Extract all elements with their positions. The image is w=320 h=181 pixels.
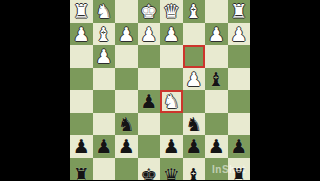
piece-bN-c6[interactable]: ♞ [185,113,202,136]
piece-bN-f6[interactable]: ♞ [118,113,135,136]
square-e8[interactable]: ♚ [138,158,161,181]
square-g1[interactable]: ♞ [93,0,116,23]
piece-wB-c1[interactable]: ♝ [185,0,202,23]
square-e7[interactable] [138,135,161,158]
piece-wP-d2[interactable]: ♟ [163,23,180,46]
square-e3[interactable] [138,45,161,68]
piece-bP-f7[interactable]: ♟ [118,135,135,158]
square-h2[interactable]: ♟ [70,23,93,46]
square-a2[interactable]: ♟ [228,23,251,46]
piece-bP-c7[interactable]: ♟ [185,135,202,158]
square-c4[interactable]: ♟ [183,68,206,91]
piece-wP-e2[interactable]: ♟ [140,23,157,46]
square-e1[interactable]: ♚ [138,0,161,23]
square-g4[interactable] [93,68,116,91]
square-g3[interactable]: ♟ [93,45,116,68]
piece-wP-b2[interactable]: ♟ [208,23,225,46]
piece-wR-h1[interactable]: ♜ [73,0,90,23]
piece-bR-h8[interactable]: ♜ [73,164,90,181]
chess-board: ♜♞♚♛♝♜♟♝♟♟♟♟♟♟♟♝♟♞♞♞♟♟♟♟♟♟♟♜♚♛♝♜ [70,0,250,180]
square-d8[interactable]: ♛ [160,158,183,181]
square-e4[interactable] [138,68,161,91]
piece-wQ-d1[interactable]: ♛ [163,0,180,23]
piece-wK-e1[interactable]: ♚ [140,0,157,23]
square-c7[interactable]: ♟ [183,135,206,158]
piece-wP-g3[interactable]: ♟ [95,45,112,68]
piece-wP-h2[interactable]: ♟ [73,23,90,46]
square-d6[interactable] [160,113,183,136]
square-g5[interactable] [93,90,116,113]
piece-wN-d5[interactable]: ♞ [163,90,180,113]
square-h3[interactable] [70,45,93,68]
square-b2[interactable]: ♟ [205,23,228,46]
piece-wN-g1[interactable]: ♞ [95,0,112,23]
square-b6[interactable] [205,113,228,136]
square-h7[interactable]: ♟ [70,135,93,158]
square-e2[interactable]: ♟ [138,23,161,46]
square-f8[interactable] [115,158,138,181]
square-f2[interactable]: ♟ [115,23,138,46]
square-d4[interactable] [160,68,183,91]
piece-bB-b4[interactable]: ♝ [208,68,225,91]
square-a6[interactable] [228,113,251,136]
piece-wP-c4[interactable]: ♟ [185,68,202,91]
square-b7[interactable]: ♟ [205,135,228,158]
square-f5[interactable] [115,90,138,113]
piece-bK-e8[interactable]: ♚ [140,164,157,181]
square-f1[interactable] [115,0,138,23]
square-h1[interactable]: ♜ [70,0,93,23]
square-a5[interactable] [228,90,251,113]
square-c2[interactable] [183,23,206,46]
square-f6[interactable]: ♞ [115,113,138,136]
square-a7[interactable]: ♟ [228,135,251,158]
square-c6[interactable]: ♞ [183,113,206,136]
piece-bB-c8[interactable]: ♝ [185,164,202,181]
video-frame: ♜♞♚♛♝♜♟♝♟♟♟♟♟♟♟♝♟♞♞♞♟♟♟♟♟♟♟♜♚♛♝♜ InShot [0,0,320,180]
piece-bP-g7[interactable]: ♟ [95,135,112,158]
square-a4[interactable] [228,68,251,91]
square-b3[interactable] [205,45,228,68]
square-b1[interactable] [205,0,228,23]
square-g7[interactable]: ♟ [93,135,116,158]
square-g6[interactable] [93,113,116,136]
square-f4[interactable] [115,68,138,91]
square-a1[interactable]: ♜ [228,0,251,23]
piece-bP-b7[interactable]: ♟ [208,135,225,158]
square-f3[interactable] [115,45,138,68]
square-h6[interactable] [70,113,93,136]
square-b4[interactable]: ♝ [205,68,228,91]
square-c1[interactable]: ♝ [183,0,206,23]
square-d3[interactable] [160,45,183,68]
square-h5[interactable] [70,90,93,113]
piece-bQ-d8[interactable]: ♛ [163,164,180,181]
square-d5[interactable]: ♞ [160,90,183,113]
square-e6[interactable] [138,113,161,136]
square-h8[interactable]: ♜ [70,158,93,181]
square-a3[interactable] [228,45,251,68]
piece-bP-e5[interactable]: ♟ [140,90,157,113]
inshot-watermark: InShot [212,164,246,175]
square-h4[interactable] [70,68,93,91]
piece-bP-a7[interactable]: ♟ [230,135,247,158]
piece-bP-h7[interactable]: ♟ [73,135,90,158]
square-e5[interactable]: ♟ [138,90,161,113]
square-c5[interactable] [183,90,206,113]
square-d1[interactable]: ♛ [160,0,183,23]
piece-wR-a1[interactable]: ♜ [230,0,247,23]
piece-wP-a2[interactable]: ♟ [230,23,247,46]
square-d2[interactable]: ♟ [160,23,183,46]
square-g2[interactable]: ♝ [93,23,116,46]
piece-wB-g2[interactable]: ♝ [95,23,112,46]
square-c3[interactable] [183,45,206,68]
square-c8[interactable]: ♝ [183,158,206,181]
square-g8[interactable] [93,158,116,181]
square-f7[interactable]: ♟ [115,135,138,158]
piece-bP-d7[interactable]: ♟ [163,135,180,158]
square-d7[interactable]: ♟ [160,135,183,158]
piece-wP-f2[interactable]: ♟ [118,23,135,46]
square-b5[interactable] [205,90,228,113]
